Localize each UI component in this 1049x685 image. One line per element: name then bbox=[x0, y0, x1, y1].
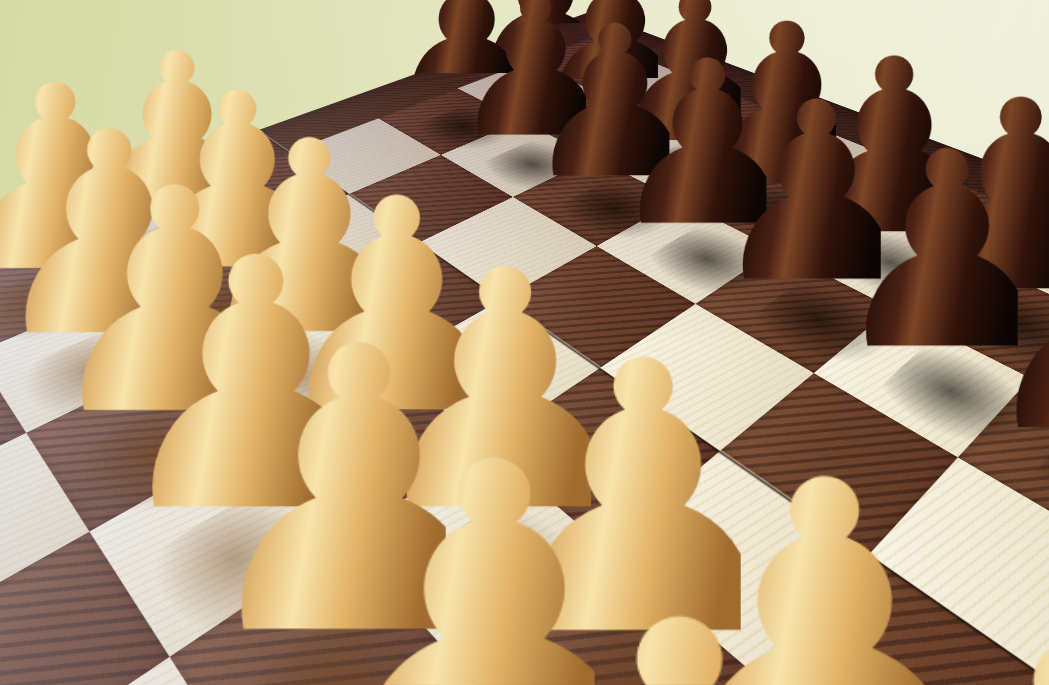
board-photo-scene: ♟♟♟♟♟♟♟♟♟♟♟♟♟♟♟♟♟♟♟♟♟♟♟♟♟♟♟♟♟♟♟♟ bbox=[0, 0, 1049, 685]
white-knight-glyph: ♟ bbox=[439, 591, 799, 685]
perspective-layer: ♟♟♟♟♟♟♟♟♟♟♟♟♟♟♟♟♟♟♟♟♟♟♟♟♟♟♟♟♟♟♟♟ bbox=[0, 0, 1049, 685]
piece-white-pawn-a3: ♟ bbox=[844, 603, 1049, 685]
chess-board: ♟♟♟♟♟♟♟♟♟♟♟♟♟♟♟♟♟♟♟♟♟♟♟♟♟♟♟♟♟♟♟♟ bbox=[0, 12, 1049, 685]
square-f1 bbox=[0, 433, 89, 647]
white-pawn-glyph: ♟ bbox=[844, 603, 1049, 685]
piece-white-knight-b2: ♟ bbox=[439, 591, 799, 685]
